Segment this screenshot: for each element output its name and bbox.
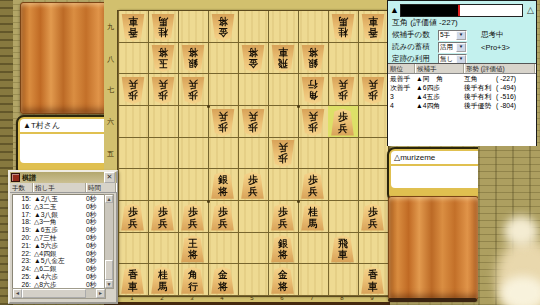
move-number: 22: (13, 250, 31, 258)
candidate-judgement: 互角 (462, 74, 496, 83)
piece-sente-37[interactable]: 歩兵 (181, 77, 205, 104)
candidate-move: ▲同 角 (414, 74, 462, 83)
piece-sente-65[interactable]: 歩兵 (271, 140, 295, 167)
move-text: ▲3八銀 (31, 211, 86, 219)
dropdown-value: 5手 (439, 31, 456, 40)
setting-dropdown[interactable]: 活用▼ (438, 42, 467, 53)
gote-komadai (388, 196, 479, 300)
eval-bar-fill (401, 5, 459, 16)
piece-gote-91[interactable]: 香車 (361, 267, 385, 294)
move-text: ▲2八玉 (31, 195, 86, 203)
column-header: 時間 (86, 183, 116, 192)
setting-dropdown[interactable]: 5手▼ (438, 30, 467, 41)
kifu-vertical-scrollbar[interactable]: ▲ ▼ (104, 194, 114, 289)
move-time: 0秒 (86, 257, 105, 265)
move-text: ▲4六歩 (31, 273, 86, 281)
column-header: 形勢 (評価値) (464, 64, 535, 73)
piece-gote-62[interactable]: 銀将 (271, 235, 295, 262)
candidate-eval: ( -804) (496, 101, 536, 110)
candidate-rank: 次善手 (388, 83, 414, 92)
piece-gote-63[interactable]: 歩兵 (271, 204, 295, 231)
kifu-row[interactable]: 19:▲6五歩0秒 (13, 226, 105, 234)
candidate-judgement: 後手優勢 (462, 101, 496, 110)
column-header: 順位 (388, 64, 415, 73)
piece-gote-23[interactable]: 歩兵 (151, 204, 175, 231)
piece-gote-41[interactable]: 金将 (211, 267, 235, 294)
star-point (297, 105, 300, 108)
scroll-up-icon[interactable]: ▲ (105, 195, 113, 203)
scrollbar-thumb[interactable] (22, 289, 86, 298)
column-header: 手数 (10, 183, 33, 192)
candidate-eval: ( -516) (496, 92, 536, 101)
eval-bar-row: ▲ △ (390, 4, 534, 15)
kifu-row[interactable]: 17:▲3八銀0秒 (13, 211, 105, 219)
engine-settings: 候補手の数5手▼思考中読みの蓄積活用▼<Pro+3>定跡の利用無し▼ (392, 29, 510, 65)
piece-gote-82[interactable]: 飛車 (331, 235, 355, 262)
candidate-rank: 3 (388, 92, 414, 101)
piece-gote-74[interactable]: 歩兵 (301, 172, 325, 199)
kifu-window: 棋譜 ✕ 手数指し手時間 15:▲2八玉0秒16:△3二玉0秒17:▲3八銀0秒… (8, 170, 118, 304)
move-time: 0秒 (86, 273, 105, 281)
candidate-row[interactable]: 次善手▲6四歩後手有利( -494) (388, 83, 536, 92)
scroll-down-icon[interactable]: ▼ (105, 280, 113, 288)
kifu-title: 棋譜 (22, 173, 104, 183)
gote-player-name: △murizeme (391, 151, 482, 164)
piece-sente-77[interactable]: 角行 (301, 77, 325, 104)
move-text: △4四銀 (31, 250, 86, 258)
gote-mark-icon: △ (527, 5, 534, 15)
setting-row: 読みの蓄積活用▼<Pro+3> (392, 41, 510, 53)
piece-sente-17[interactable]: 歩兵 (121, 77, 145, 104)
engine-status: 思考中 (481, 30, 504, 40)
eval-bar (400, 4, 523, 17)
kifu-row[interactable]: 18:△3一角0秒 (13, 218, 105, 226)
piece-sente-38[interactable]: 銀将 (181, 45, 205, 72)
move-number: 24: (13, 265, 31, 273)
move-number: 16: (13, 203, 31, 211)
move-time: 0秒 (86, 203, 105, 211)
column-header: 候補手 (415, 64, 464, 73)
piece-gote-33[interactable]: 歩兵 (181, 204, 205, 231)
kifu-row[interactable]: 21:▲5六歩0秒 (13, 242, 105, 250)
candidate-move: ▲4四角 (414, 101, 462, 110)
scrollbar-thumb[interactable] (105, 260, 113, 280)
piece-sente-27[interactable]: 歩兵 (151, 77, 175, 104)
column-header: 指し手 (33, 183, 86, 192)
move-text: ▲5六歩 (31, 242, 86, 250)
move-time: 0秒 (86, 226, 105, 234)
move-time: 0秒 (86, 265, 105, 273)
setting-label: 読みの蓄積 (392, 42, 438, 52)
piece-gote-54[interactable]: 歩兵 (241, 172, 265, 199)
dropdown-value: 活用 (439, 43, 456, 52)
shogi-app-window: ▲T村さん 九八七六五四三二一 123456789 香車桂馬金将桂馬香車銀将飛車… (0, 0, 540, 305)
move-text: ▲6五歩 (31, 226, 86, 234)
blurred-object (500, 276, 540, 305)
eval-bar-marker (458, 5, 460, 16)
move-number: 18: (13, 218, 31, 226)
candidate-judgement: 後手有利 (462, 83, 496, 92)
piece-gote-32[interactable]: 王将 (181, 235, 205, 262)
star-point (207, 200, 210, 203)
candidate-rank: 最善手 (388, 74, 414, 83)
piece-gote-44[interactable]: 銀将 (211, 172, 235, 199)
candidate-row[interactable]: 4▲4四角後手優勢( -804) (388, 101, 536, 110)
chevron-down-icon[interactable]: ▼ (456, 31, 466, 40)
gote-player-box: △murizeme (387, 147, 486, 202)
move-time: 0秒 (86, 242, 105, 250)
eval-status-text: 互角 (評価値 -227) (392, 17, 458, 28)
candidate-judgement: 後手有利 (462, 92, 496, 101)
piece-sente-49[interactable]: 金将 (211, 14, 235, 41)
scroll-left-icon[interactable]: ◄ (13, 289, 22, 298)
piece-sente-68[interactable]: 飛車 (271, 45, 295, 72)
move-number: 25: (13, 273, 31, 281)
piece-gote-61[interactable]: 金将 (271, 267, 295, 294)
candidate-eval: ( -494) (496, 83, 536, 92)
move-number: 21: (13, 242, 31, 250)
piece-sente-87[interactable]: 歩兵 (331, 77, 355, 104)
move-time: 0秒 (86, 211, 105, 219)
rank-label-六: 六 (104, 117, 117, 127)
setting-row: 候補手の数5手▼思考中 (392, 29, 510, 41)
candidate-move: ▲6四歩 (414, 83, 462, 92)
candidate-row[interactable]: 最善手▲同 角互角( -227) (388, 74, 536, 83)
chevron-down-icon[interactable]: ▼ (456, 43, 466, 52)
sente-captured-tray (20, 134, 115, 163)
piece-sente-56[interactable]: 歩兵 (241, 109, 265, 136)
kifu-move-list[interactable]: 15:▲2八玉0秒16:△3二玉0秒17:▲3八銀0秒18:△3一角0秒19:▲… (12, 194, 106, 289)
piece-gote-93[interactable]: 歩兵 (361, 204, 385, 231)
sente-komadai (20, 2, 110, 114)
move-text: △3一角 (31, 218, 86, 226)
piece-sente-78[interactable]: 銀将 (301, 45, 325, 72)
rank-label-八: 八 (104, 54, 117, 64)
sente-mark-icon: ▲ (390, 5, 399, 15)
move-time: 0秒 (86, 234, 105, 242)
piece-sente-76[interactable]: 歩兵 (301, 109, 325, 136)
piece-gote-11[interactable]: 香車 (121, 267, 145, 294)
star-point (207, 105, 210, 108)
candidate-eval: ( -227) (496, 74, 536, 83)
kifu-row[interactable]: 25:▲4六歩0秒 (13, 273, 105, 281)
move-number: 19: (13, 226, 31, 234)
blurred-object (504, 216, 538, 246)
move-number: 17: (13, 211, 31, 219)
rank-label-九: 九 (104, 22, 117, 32)
piece-gote-21[interactable]: 桂馬 (151, 267, 175, 294)
piece-sente-28[interactable]: 玉将 (151, 45, 175, 72)
move-time: 0秒 (86, 195, 105, 203)
kifu-row[interactable]: 23:▲5八金左0秒 (13, 257, 105, 265)
kifu-header: 手数指し手時間 (10, 183, 116, 193)
rank-label-五: 五 (104, 149, 117, 159)
piece-sente-99[interactable]: 香車 (361, 14, 385, 41)
engine-level: <Pro+3> (481, 43, 510, 52)
candidate-move: ▲4五歩 (414, 92, 462, 101)
candidate-table-header: 順位候補手形勢 (評価値) (388, 64, 536, 74)
rank-label-七: 七 (104, 85, 117, 95)
kifu-row[interactable]: 15:▲2八玉0秒 (13, 195, 105, 203)
kifu-horizontal-scrollbar[interactable]: ◄ ► (12, 288, 106, 299)
move-text: △6二銀 (31, 265, 86, 273)
piece-sente-29[interactable]: 桂馬 (151, 14, 175, 41)
piece-gote-13[interactable]: 歩兵 (121, 204, 145, 231)
analysis-panel: ▲ △ 互角 (評価値 -227) 候補手の数5手▼思考中読みの蓄積活用▼<Pr… (387, 0, 537, 146)
setting-label: 候補手の数 (392, 30, 438, 40)
move-number: 15: (13, 195, 31, 203)
scroll-right-icon[interactable]: ► (96, 289, 105, 298)
piece-sente-19[interactable]: 香車 (121, 14, 145, 41)
kifu-titlebar[interactable]: 棋譜 ✕ (10, 172, 116, 183)
sente-player-name: ▲T村さん (20, 119, 115, 132)
candidate-row[interactable]: 3▲4五歩後手有利( -516) (388, 92, 536, 101)
move-time: 0秒 (86, 250, 105, 258)
move-time: 0秒 (86, 218, 105, 226)
shogi-board[interactable]: 香車桂馬金将桂馬香車銀将飛車金将銀将玉将歩兵歩兵角行歩兵歩兵歩兵歩兵歩兵歩兵歩兵… (117, 10, 389, 297)
piece-gote-43[interactable]: 歩兵 (211, 204, 235, 231)
candidate-rank: 4 (388, 101, 414, 110)
close-icon[interactable]: ✕ (104, 172, 115, 183)
piece-gote-73[interactable]: 桂馬 (301, 204, 325, 231)
kifu-row[interactable]: 22:△4四銀0秒 (13, 250, 105, 258)
kifu-window-icon (11, 173, 20, 182)
kifu-row[interactable]: 20:△7三桂0秒 (13, 234, 105, 242)
komadai-shadow (388, 298, 477, 302)
move-text: △3二玉 (31, 203, 86, 211)
move-number: 23: (13, 257, 31, 265)
piece-sente-58[interactable]: 金将 (241, 45, 265, 72)
piece-sente-46[interactable]: 歩兵 (211, 109, 235, 136)
move-text: ▲5八金左 (31, 257, 86, 265)
kifu-row[interactable]: 24:△6二銀0秒 (13, 265, 105, 273)
move-number: 20: (13, 234, 31, 242)
star-point (297, 200, 300, 203)
move-text: △7三桂 (31, 234, 86, 242)
piece-gote-31[interactable]: 角行 (181, 267, 205, 294)
piece-sente-89[interactable]: 桂馬 (331, 14, 355, 41)
kifu-row[interactable]: 16:△3二玉0秒 (13, 203, 105, 211)
candidate-moves-table: 順位候補手形勢 (評価値) 最善手▲同 角互角( -227)次善手▲6四歩後手有… (388, 63, 536, 146)
piece-sente-97[interactable]: 歩兵 (361, 77, 385, 104)
gote-captured-tray (391, 166, 482, 188)
